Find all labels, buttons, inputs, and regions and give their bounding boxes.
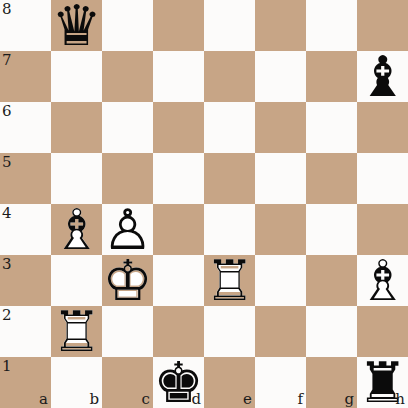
piece-white-bishop[interactable]: ♝♗ <box>357 255 408 306</box>
square-c6[interactable] <box>102 102 153 153</box>
square-g1[interactable]: g <box>306 357 357 408</box>
piece-white-king[interactable]: ♚♔ <box>102 255 153 306</box>
black-bishop-icon: ♝ <box>357 51 408 102</box>
piece-white-rook[interactable]: ♜♖ <box>51 306 102 357</box>
white-king-icon: ♔ <box>102 255 153 306</box>
file-label-d: d <box>191 392 201 407</box>
square-g8[interactable] <box>306 0 357 51</box>
file-label-b: b <box>89 392 99 407</box>
square-e7[interactable] <box>204 51 255 102</box>
white-rook-icon: ♖ <box>51 306 102 357</box>
rank-label-8: 8 <box>2 2 12 17</box>
rank-label-5: 5 <box>2 155 12 170</box>
square-d1[interactable]: d♚ <box>153 357 204 408</box>
square-a5[interactable]: 5 <box>0 153 51 204</box>
square-d6[interactable] <box>153 102 204 153</box>
rank-label-2: 2 <box>2 308 12 323</box>
white-bishop-icon: ♗ <box>357 255 408 306</box>
piece-black-queen[interactable]: ♛ <box>51 0 102 51</box>
square-d3[interactable] <box>153 255 204 306</box>
square-f4[interactable] <box>255 204 306 255</box>
rank-label-4: 4 <box>2 206 12 221</box>
white-bishop-icon: ♗ <box>51 204 102 255</box>
square-h7[interactable]: ♝ <box>357 51 408 102</box>
square-e5[interactable] <box>204 153 255 204</box>
square-g3[interactable] <box>306 255 357 306</box>
file-label-g: g <box>344 392 354 407</box>
square-g7[interactable] <box>306 51 357 102</box>
square-b1[interactable]: b <box>51 357 102 408</box>
piece-white-bishop[interactable]: ♝♗ <box>51 204 102 255</box>
square-a7[interactable]: 7 <box>0 51 51 102</box>
square-a3[interactable]: 3 <box>0 255 51 306</box>
square-a2[interactable]: 2 <box>0 306 51 357</box>
square-g5[interactable] <box>306 153 357 204</box>
square-e8[interactable] <box>204 0 255 51</box>
square-h6[interactable] <box>357 102 408 153</box>
square-f5[interactable] <box>255 153 306 204</box>
square-c7[interactable] <box>102 51 153 102</box>
square-h1[interactable]: h♜ <box>357 357 408 408</box>
square-f3[interactable] <box>255 255 306 306</box>
square-f2[interactable] <box>255 306 306 357</box>
square-g6[interactable] <box>306 102 357 153</box>
square-c1[interactable]: c <box>102 357 153 408</box>
square-f6[interactable] <box>255 102 306 153</box>
square-c3[interactable]: ♚♔ <box>102 255 153 306</box>
file-label-f: f <box>297 392 303 407</box>
file-label-a: a <box>39 392 48 407</box>
square-d5[interactable] <box>153 153 204 204</box>
square-h5[interactable] <box>357 153 408 204</box>
rank-label-3: 3 <box>2 257 12 272</box>
black-queen-icon: ♛ <box>51 0 102 51</box>
square-c8[interactable] <box>102 0 153 51</box>
piece-white-rook[interactable]: ♜♖ <box>204 255 255 306</box>
square-e6[interactable] <box>204 102 255 153</box>
square-a8[interactable]: 8 <box>0 0 51 51</box>
rank-label-1: 1 <box>2 359 12 374</box>
square-a1[interactable]: 1a <box>0 357 51 408</box>
square-b6[interactable] <box>51 102 102 153</box>
square-f8[interactable] <box>255 0 306 51</box>
square-g2[interactable] <box>306 306 357 357</box>
square-e2[interactable] <box>204 306 255 357</box>
square-g4[interactable] <box>306 204 357 255</box>
white-rook-icon: ♖ <box>204 255 255 306</box>
square-b4[interactable]: ♝♗ <box>51 204 102 255</box>
square-f1[interactable]: f <box>255 357 306 408</box>
square-f7[interactable] <box>255 51 306 102</box>
rank-label-6: 6 <box>2 104 12 119</box>
square-h3[interactable]: ♝♗ <box>357 255 408 306</box>
rank-label-7: 7 <box>2 53 12 68</box>
chess-board: 8♛7♝654♝♗♟♙3♚♔♜♖♝♗2♜♖1abcd♚efgh♜ <box>0 0 408 408</box>
square-c2[interactable] <box>102 306 153 357</box>
square-a6[interactable]: 6 <box>0 102 51 153</box>
square-b2[interactable]: ♜♖ <box>51 306 102 357</box>
square-d7[interactable] <box>153 51 204 102</box>
piece-black-bishop[interactable]: ♝ <box>357 51 408 102</box>
file-label-c: c <box>142 392 150 407</box>
square-d4[interactable] <box>153 204 204 255</box>
square-b8[interactable]: ♛ <box>51 0 102 51</box>
square-b7[interactable] <box>51 51 102 102</box>
file-label-h: h <box>395 392 405 407</box>
square-d8[interactable] <box>153 0 204 51</box>
square-e3[interactable]: ♜♖ <box>204 255 255 306</box>
square-e1[interactable]: e <box>204 357 255 408</box>
square-a4[interactable]: 4 <box>0 204 51 255</box>
file-label-e: e <box>243 392 252 407</box>
